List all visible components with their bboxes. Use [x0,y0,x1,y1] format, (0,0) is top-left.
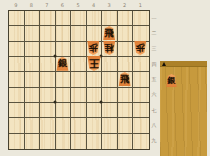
hoshi-dot [53,101,56,104]
board-cell[interactable] [56,118,72,133]
file-label: 2 [120,1,130,9]
board-cell[interactable] [71,57,87,72]
board-cell[interactable] [56,11,72,26]
rank-label: 九 [150,137,158,144]
board-cell[interactable] [133,103,149,118]
board-cell[interactable] [9,57,25,72]
board-cell[interactable] [102,57,118,72]
file-label: 8 [26,1,36,9]
rank-label: 七 [150,106,158,113]
rank-label: 五 [150,76,158,83]
piece-kanji: 歩 [136,42,145,55]
board-cell[interactable] [9,88,25,103]
board-cell[interactable] [133,11,149,26]
sente-triangle-icon [162,62,166,66]
board-cell[interactable] [25,42,41,57]
board-cell[interactable] [102,118,118,133]
file-label: 5 [73,1,83,9]
board-cell[interactable] [102,11,118,26]
file-label: 3 [104,1,114,9]
board-cell[interactable] [40,134,56,149]
board-cell[interactable] [102,72,118,87]
komadai-sente: 銀 [160,61,207,156]
board-cell[interactable] [71,118,87,133]
hand-piece-銀[interactable]: 銀 [166,74,177,87]
board-cell[interactable] [87,118,103,133]
board-cell[interactable] [25,118,41,133]
board-cell[interactable] [118,103,134,118]
board-cell[interactable] [71,103,87,118]
piece-kanji: 飛 [120,73,129,86]
board-cell[interactable] [56,72,72,87]
board-cell[interactable] [118,134,134,149]
piece-kanji: 飛 [105,27,114,40]
board-cell[interactable] [9,118,25,133]
board-cell[interactable] [25,26,41,41]
board-cell[interactable] [118,26,134,41]
piece-kanji: 銀 [168,75,176,86]
board-cell[interactable] [40,72,56,87]
board-cell[interactable] [9,103,25,118]
board-cell[interactable] [56,42,72,57]
board-cell[interactable] [56,88,72,103]
board-cell[interactable] [25,134,41,149]
board-cell[interactable] [118,118,134,133]
rank-label: 一 [150,14,158,21]
board-cell[interactable] [9,26,25,41]
hoshi-dot [53,55,56,58]
file-label: 9 [11,1,21,9]
piece-kanji: 王 [89,57,99,71]
board-cell[interactable] [40,57,56,72]
rank-label: 三 [150,45,158,52]
board-cell[interactable] [133,26,149,41]
board-cell[interactable] [40,26,56,41]
rank-label: 六 [150,91,158,98]
hoshi-dot [100,101,103,104]
board-cell[interactable] [71,88,87,103]
board-cell[interactable] [133,118,149,133]
board-cell[interactable] [71,72,87,87]
board-cell[interactable] [133,134,149,149]
board-cell[interactable] [56,26,72,41]
board-cell[interactable] [56,103,72,118]
rank-label: 四 [150,60,158,67]
board-cell[interactable] [102,103,118,118]
board-cell[interactable] [25,57,41,72]
rank-label: 八 [150,122,158,129]
board-cell[interactable] [87,103,103,118]
board-cell[interactable] [118,88,134,103]
board-cell[interactable] [87,11,103,26]
board-cell[interactable] [40,103,56,118]
board-cell[interactable] [133,57,149,72]
board-cell[interactable] [25,103,41,118]
board-cell[interactable] [9,11,25,26]
board-cell[interactable] [118,11,134,26]
shogi-app: 987654321 一二三四五六七八九 飛歩桂歩銀王飛 銀 [0,0,210,156]
board-cell[interactable] [9,42,25,57]
rank-label: 二 [150,30,158,37]
board-cell[interactable] [87,72,103,87]
board-cell[interactable] [133,72,149,87]
board-cell[interactable] [71,26,87,41]
board-cell[interactable] [87,26,103,41]
board-cell[interactable] [9,134,25,149]
file-label: 6 [57,1,67,9]
board-cell[interactable] [87,134,103,149]
file-label: 4 [89,1,99,9]
board-cell[interactable] [118,57,134,72]
board-cell[interactable] [133,88,149,103]
board-cell[interactable] [56,134,72,149]
piece-kanji: 銀 [58,57,67,70]
board-cell[interactable] [25,11,41,26]
board-cell[interactable] [25,88,41,103]
board-cell[interactable] [71,42,87,57]
file-label: 7 [42,1,52,9]
board-cell[interactable] [9,72,25,87]
board-cell[interactable] [118,42,134,57]
board-cell[interactable] [102,88,118,103]
board-cell[interactable] [40,11,56,26]
komadai-header [160,61,207,67]
board-cell[interactable] [71,11,87,26]
board-cell[interactable] [102,134,118,149]
piece-kanji: 歩 [89,42,98,55]
board-cell[interactable] [40,118,56,133]
piece-kanji: 桂 [105,42,114,55]
file-label: 1 [135,1,145,9]
board-cell[interactable] [71,134,87,149]
board-cell[interactable] [25,72,41,87]
